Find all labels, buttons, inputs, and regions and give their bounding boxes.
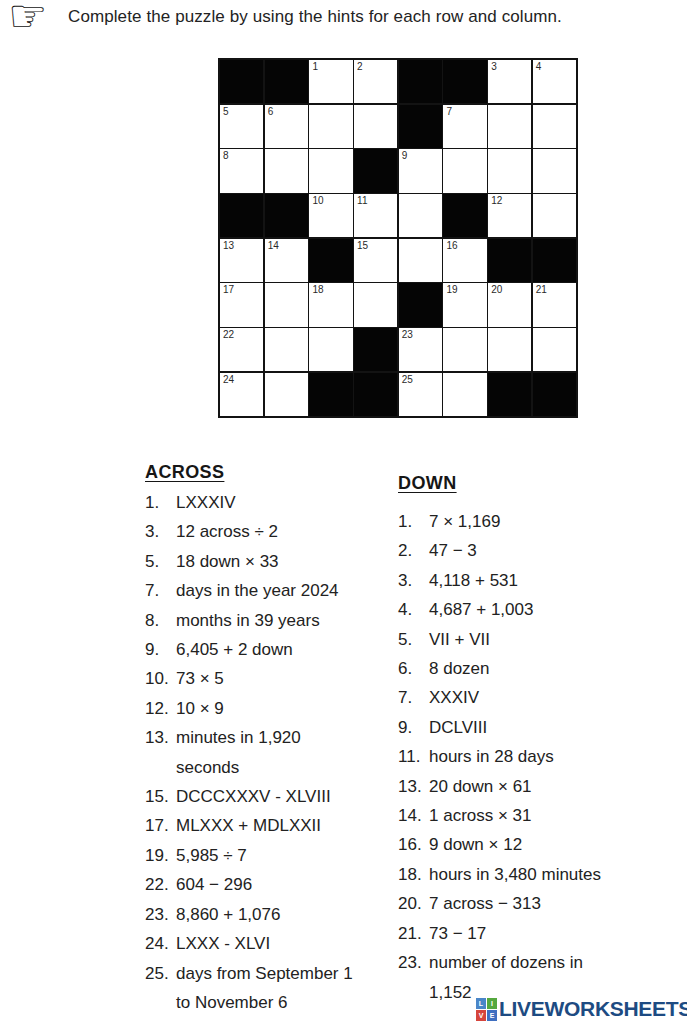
clue-text: VII + VII [429, 625, 650, 654]
down-clue-4: 4.4,687 + 1,003 [398, 595, 650, 624]
clue-number-label: 23. [145, 900, 176, 929]
down-clue-list: 1.7 × 1,1692.47 − 33.4,118 + 5314.4,687 … [398, 507, 650, 1007]
grid-cell-r2c3[interactable] [309, 105, 352, 148]
clue-text: 5,985 ÷ 7 [176, 841, 387, 870]
clue-text: 8 dozen [429, 654, 650, 683]
grid-cell-r5c2[interactable]: 14 [265, 239, 308, 282]
clue-text: LXXX - XLVI [176, 929, 387, 958]
grid-cell-r3c7[interactable] [488, 149, 531, 192]
clue-text: 12 across ÷ 2 [176, 517, 387, 546]
down-clue-7: 7.XXXIV [398, 683, 650, 712]
clue-number-label: 21. [398, 919, 429, 948]
grid-cell-r2c1[interactable]: 5 [220, 105, 263, 148]
grid-cell-r6c8[interactable]: 21 [533, 283, 576, 326]
clue-number-label: 7. [398, 683, 429, 712]
clue-text: 73 − 17 [429, 919, 650, 948]
clue-number-label: 18. [398, 860, 429, 889]
across-clue-5: 5.18 down × 33 [145, 547, 387, 576]
down-clue-2: 2.47 − 3 [398, 536, 650, 565]
across-clue-22: 22.604 − 296 [145, 870, 387, 899]
crossword-grid: 1234567891011121314151617181920212223242… [218, 58, 578, 418]
across-clues-section: ACROSS 1.LXXXIV3.12 across ÷ 25.18 down … [145, 460, 387, 1017]
clue-number-21: 21 [536, 284, 547, 296]
black-cell-r3c4 [354, 149, 397, 192]
down-clue-5: 5.VII + VII [398, 625, 650, 654]
grid-cell-r6c4[interactable] [354, 283, 397, 326]
logo-square-i: I [487, 998, 497, 1009]
clue-number-label: 4. [398, 595, 429, 624]
clue-number-4: 4 [536, 61, 542, 73]
grid-cell-r1c4[interactable]: 2 [354, 60, 397, 103]
down-clue-13: 13.20 down × 61 [398, 772, 650, 801]
clue-text: months in 39 years [176, 606, 387, 635]
clue-number-22: 22 [223, 329, 234, 341]
clue-number-label: 9. [145, 635, 176, 664]
clue-text: 4,118 + 531 [429, 566, 650, 595]
grid-cell-r6c1[interactable]: 17 [220, 283, 263, 326]
black-cell-r5c3 [309, 239, 352, 282]
across-clue-12: 12.10 × 9 [145, 694, 387, 723]
clue-number-1: 1 [312, 61, 318, 73]
grid-cell-r4c4[interactable]: 11 [354, 194, 397, 237]
grid-cell-r2c7[interactable] [488, 105, 531, 148]
grid-cell-r4c5[interactable] [399, 194, 442, 237]
logo-square-l: L [476, 998, 486, 1009]
black-cell-r7c4 [354, 328, 397, 371]
down-clue-20: 20.7 across − 313 [398, 889, 650, 918]
clue-number-9: 9 [402, 150, 408, 162]
clue-number-label: 5. [145, 547, 176, 576]
black-cell-r4c6 [443, 194, 486, 237]
grid-cell-r7c2[interactable] [265, 328, 308, 371]
down-clues-section: DOWN 1.7 × 1,1692.47 − 33.4,118 + 5314.4… [398, 471, 650, 1007]
down-clue-16: 16.9 down × 12 [398, 830, 650, 859]
clue-text: hours in 28 days [429, 742, 650, 771]
clue-number-14: 14 [268, 240, 279, 252]
clue-number-label: 17. [145, 811, 176, 840]
grid-cell-r7c7[interactable] [488, 328, 531, 371]
clue-number-13: 13 [223, 240, 234, 252]
down-clue-3: 3.4,118 + 531 [398, 566, 650, 595]
clue-text: days in the year 2024 [176, 576, 387, 605]
across-clue-10: 10.73 × 5 [145, 664, 387, 693]
clue-number-label: 15. [145, 782, 176, 811]
pointing-hand-icon: ☞ [8, 0, 47, 38]
grid-cell-r6c2[interactable] [265, 283, 308, 326]
liveworksheets-logo-icon: LIVE [476, 998, 497, 1021]
grid-cell-r2c2[interactable]: 6 [265, 105, 308, 148]
grid-cell-r8c1[interactable]: 24 [220, 373, 263, 416]
clue-text: 20 down × 61 [429, 772, 650, 801]
across-clue-24: 24.LXXX - XLVI [145, 929, 387, 958]
clue-number-16: 16 [446, 240, 457, 252]
grid-cell-r4c3[interactable]: 10 [309, 194, 352, 237]
grid-cell-r3c6[interactable] [443, 149, 486, 192]
clue-text: 10 × 9 [176, 694, 387, 723]
clue-text: 73 × 5 [176, 664, 387, 693]
instruction-text: Complete the puzzle by using the hints f… [68, 7, 562, 27]
clue-text: 604 − 296 [176, 870, 387, 899]
clue-number-label: 24. [145, 929, 176, 958]
clue-number-label: 20. [398, 889, 429, 918]
brand-name: LIVEWORKSHEETS [499, 997, 687, 1021]
clue-number-label: 11. [398, 742, 429, 771]
clue-text: LXXXIV [176, 488, 387, 517]
across-clue-3: 3.12 across ÷ 2 [145, 517, 387, 546]
across-clue-19: 19.5,985 ÷ 7 [145, 841, 387, 870]
clue-number-19: 19 [446, 284, 457, 296]
clue-text: 6,405 + 2 down [176, 635, 387, 664]
clue-number-label: 5. [398, 625, 429, 654]
grid-cell-r2c6[interactable]: 7 [443, 105, 486, 148]
grid-cell-r5c6[interactable]: 16 [443, 239, 486, 282]
black-cell-r8c7 [488, 373, 531, 416]
clue-text: 18 down × 33 [176, 547, 387, 576]
grid-cell-r3c8[interactable] [533, 149, 576, 192]
clue-text: 9 down × 12 [429, 830, 650, 859]
down-clue-1: 1.7 × 1,169 [398, 507, 650, 536]
across-clue-8: 8.months in 39 years [145, 606, 387, 635]
down-clue-9: 9.DCLVIII [398, 713, 650, 742]
grid-cell-r4c8[interactable] [533, 194, 576, 237]
clue-number-label: 8. [145, 606, 176, 635]
grid-cell-r3c5[interactable]: 9 [399, 149, 442, 192]
black-cell-r1c6 [443, 60, 486, 103]
clue-number-5: 5 [223, 106, 229, 118]
black-cell-r5c8 [533, 239, 576, 282]
grid-cell-r8c5[interactable]: 25 [399, 373, 442, 416]
grid-cell-r7c6[interactable] [443, 328, 486, 371]
clue-number-12: 12 [491, 195, 502, 207]
black-cell-r4c1 [220, 194, 263, 237]
clue-number-label: 12. [145, 694, 176, 723]
grid-cell-r7c5[interactable]: 23 [399, 328, 442, 371]
clue-number-label: 16. [398, 830, 429, 859]
across-clue-9: 9.6,405 + 2 down [145, 635, 387, 664]
grid-cell-r6c3[interactable]: 18 [309, 283, 352, 326]
clue-number-label: 25. [145, 959, 176, 1018]
clue-number-label: 13. [145, 723, 176, 782]
down-clue-6: 6.8 dozen [398, 654, 650, 683]
down-clue-21: 21.73 − 17 [398, 919, 650, 948]
clue-number-23: 23 [402, 329, 413, 341]
clue-number-10: 10 [312, 195, 323, 207]
across-clue-15: 15.DCCCXXXV - XLVIII [145, 782, 387, 811]
grid-cell-r3c2[interactable] [265, 149, 308, 192]
clue-text: hours in 3,480 minutes [429, 860, 650, 889]
black-cell-r8c4 [354, 373, 397, 416]
black-cell-r6c5 [399, 283, 442, 326]
clue-number-8: 8 [223, 150, 229, 162]
clue-number-label: 1. [398, 507, 429, 536]
clue-text: 8,860 + 1,076 [176, 900, 387, 929]
clue-number-label: 22. [145, 870, 176, 899]
clue-text: 7 × 1,169 [429, 507, 650, 536]
clue-text: XXXIV [429, 683, 650, 712]
grid-cell-r8c2[interactable] [265, 373, 308, 416]
down-clue-11: 11.hours in 28 days [398, 742, 650, 771]
black-cell-r8c3 [309, 373, 352, 416]
grid-cell-r3c1[interactable]: 8 [220, 149, 263, 192]
clue-number-label: 10. [145, 664, 176, 693]
clue-number-label: 6. [398, 654, 429, 683]
clue-number-3: 3 [491, 61, 497, 73]
grid-cell-r7c8[interactable] [533, 328, 576, 371]
grid-cell-r7c1[interactable]: 22 [220, 328, 263, 371]
across-clue-25: 25.days from September 1to November 6 [145, 959, 387, 1018]
clue-number-2: 2 [357, 61, 363, 73]
across-clue-1: 1.LXXXIV [145, 488, 387, 517]
black-cell-r1c2 [265, 60, 308, 103]
down-clue-18: 18.hours in 3,480 minutes [398, 860, 650, 889]
clue-text: minutes in 1,920seconds [176, 723, 387, 782]
grid-cell-r8c6[interactable] [443, 373, 486, 416]
black-cell-r1c5 [399, 60, 442, 103]
clue-text: DCCCXXXV - XLVIII [176, 782, 387, 811]
clue-number-label: 2. [398, 536, 429, 565]
clue-text: 47 − 3 [429, 536, 650, 565]
clue-number-18: 18 [312, 284, 323, 296]
clue-number-7: 7 [446, 106, 452, 118]
worksheet-page: ☞ Complete the puzzle by using the hints… [0, 0, 687, 1024]
clue-text: DCLVIII [429, 713, 650, 742]
across-clue-list: 1.LXXXIV3.12 across ÷ 25.18 down × 337.d… [145, 488, 387, 1017]
black-cell-r4c2 [265, 194, 308, 237]
clue-text: 1 across × 31 [429, 801, 650, 830]
across-clue-13: 13.minutes in 1,920seconds [145, 723, 387, 782]
black-cell-r1c1 [220, 60, 263, 103]
grid-cell-r1c7[interactable]: 3 [488, 60, 531, 103]
clue-number-6: 6 [268, 106, 274, 118]
clue-number-25: 25 [402, 374, 413, 386]
grid-cell-r1c8[interactable]: 4 [533, 60, 576, 103]
down-heading: DOWN [398, 471, 650, 495]
grid-cell-r3c3[interactable] [309, 149, 352, 192]
logo-square-v: V [476, 1010, 486, 1021]
across-clue-17: 17.MLXXX + MDLXXII [145, 811, 387, 840]
clue-number-label: 23. [398, 948, 429, 1007]
clue-number-label: 3. [145, 517, 176, 546]
clue-number-label: 13. [398, 772, 429, 801]
clue-text: 4,687 + 1,003 [429, 595, 650, 624]
black-cell-r8c8 [533, 373, 576, 416]
grid-cell-r5c1[interactable]: 13 [220, 239, 263, 282]
clue-number-label: 3. [398, 566, 429, 595]
grid-cell-r2c4[interactable] [354, 105, 397, 148]
clue-text: MLXXX + MDLXXII [176, 811, 387, 840]
grid-cell-r2c8[interactable] [533, 105, 576, 148]
clue-text: days from September 1to November 6 [176, 959, 387, 1018]
clue-number-label: 19. [145, 841, 176, 870]
clue-number-15: 15 [357, 240, 368, 252]
grid-cell-r1c3[interactable]: 1 [309, 60, 352, 103]
clue-number-17: 17 [223, 284, 234, 296]
clue-number-label: 14. [398, 801, 429, 830]
logo-square-e: E [487, 1010, 497, 1021]
black-cell-r5c7 [488, 239, 531, 282]
clue-number-label: 1. [145, 488, 176, 517]
across-clue-7: 7.days in the year 2024 [145, 576, 387, 605]
clue-number-24: 24 [223, 374, 234, 386]
across-heading: ACROSS [145, 460, 387, 484]
grid-cell-r7c3[interactable] [309, 328, 352, 371]
grid-cell-r6c7[interactable]: 20 [488, 283, 531, 326]
across-clue-23: 23.8,860 + 1,076 [145, 900, 387, 929]
clue-number-11: 11 [357, 195, 367, 207]
grid-cell-r5c4[interactable]: 15 [354, 239, 397, 282]
clue-text: 7 across − 313 [429, 889, 650, 918]
black-cell-r2c5 [399, 105, 442, 148]
clue-number-label: 7. [145, 576, 176, 605]
grid-cell-r5c5[interactable] [399, 239, 442, 282]
grid-cell-r6c6[interactable]: 19 [443, 283, 486, 326]
grid-cell-r4c7[interactable]: 12 [488, 194, 531, 237]
clue-number-label: 9. [398, 713, 429, 742]
down-clue-14: 14.1 across × 31 [398, 801, 650, 830]
clue-number-20: 20 [491, 284, 502, 296]
brand-footer: LIVE LIVEWORKSHEETS [476, 997, 687, 1021]
